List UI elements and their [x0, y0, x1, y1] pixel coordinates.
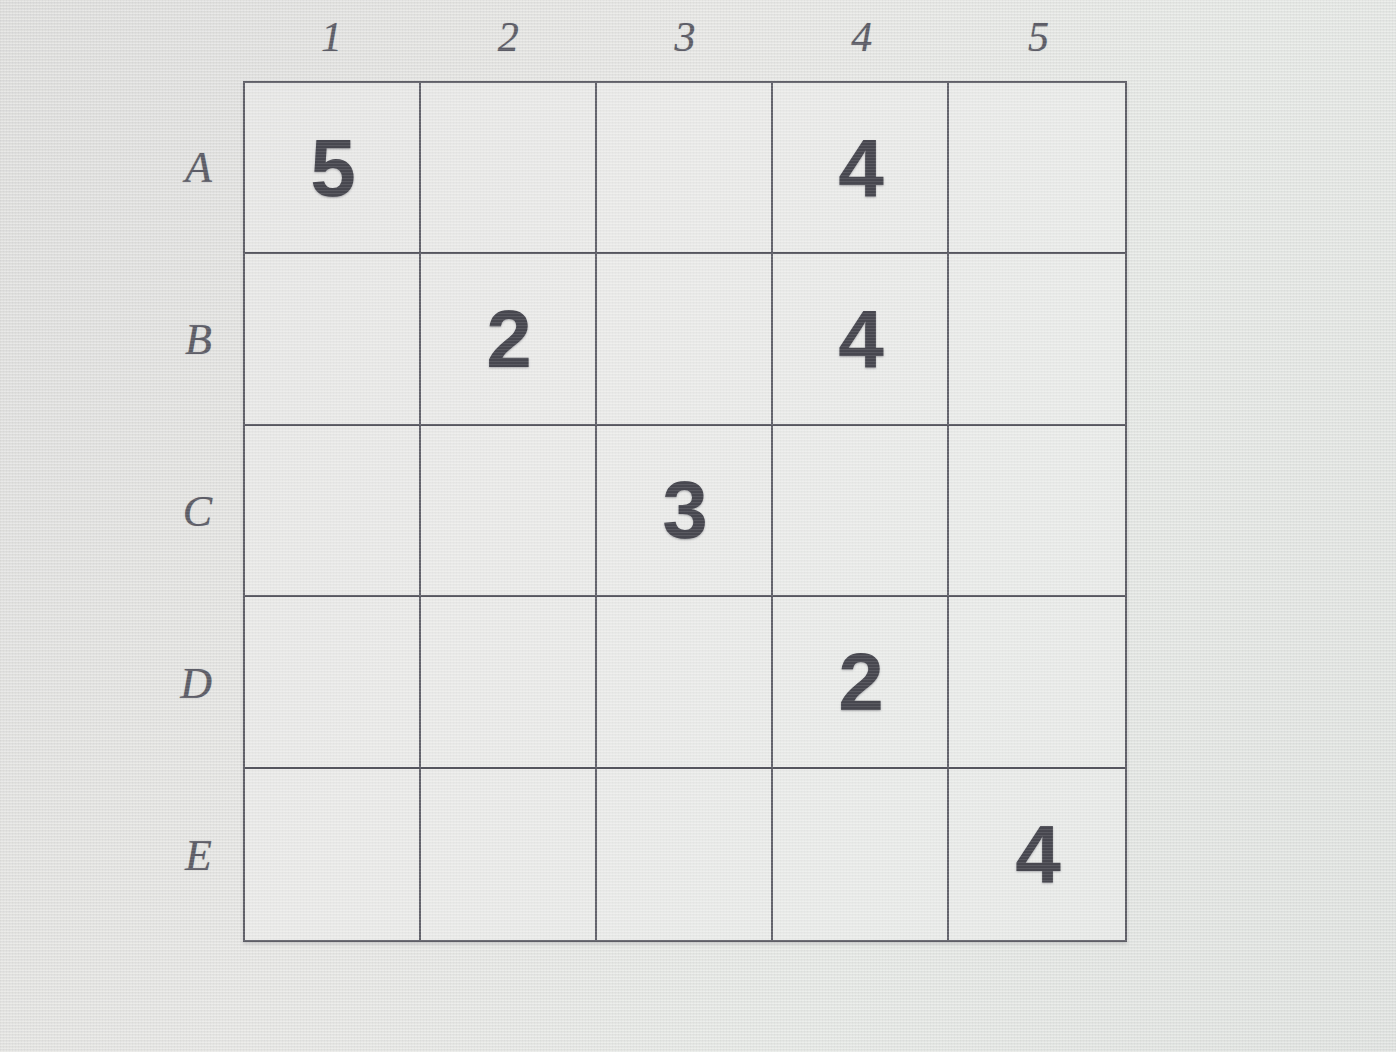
cell-C2[interactable]	[421, 426, 597, 597]
cell-D2[interactable]	[421, 597, 597, 768]
cell-D5[interactable]	[949, 597, 1125, 768]
cell-A4[interactable]: 4	[773, 83, 949, 254]
row-label-E: E	[142, 770, 234, 942]
cell-D1[interactable]	[245, 597, 421, 768]
row-label-B: B	[142, 253, 234, 425]
cell-B5[interactable]	[949, 254, 1125, 425]
column-labels: 1 2 3 4 5	[243, 6, 1127, 68]
puzzle-board: 5 4 2 4 3 2 4	[243, 81, 1127, 942]
cell-A5[interactable]	[949, 83, 1125, 254]
cell-D3[interactable]	[597, 597, 773, 768]
col-label-3: 3	[597, 6, 774, 68]
cell-A3[interactable]	[597, 83, 773, 254]
cell-B3[interactable]	[597, 254, 773, 425]
cell-A1[interactable]: 5	[245, 83, 421, 254]
row-labels: A B C D E	[142, 81, 234, 942]
cell-C5[interactable]	[949, 426, 1125, 597]
cell-E1[interactable]	[245, 769, 421, 940]
cell-E4[interactable]	[773, 769, 949, 940]
cell-C4[interactable]	[773, 426, 949, 597]
row-label-D: D	[142, 598, 234, 770]
row-label-A: A	[142, 81, 234, 253]
cell-E3[interactable]	[597, 769, 773, 940]
row-label-C: C	[142, 425, 234, 597]
puzzle-photo: 1 2 3 4 5 A B C D E 5 4 2 4 3 2	[0, 0, 1396, 1052]
cell-C1[interactable]	[245, 426, 421, 597]
cell-C3[interactable]: 3	[597, 426, 773, 597]
cell-E2[interactable]	[421, 769, 597, 940]
cell-D4[interactable]: 2	[773, 597, 949, 768]
cell-B2[interactable]: 2	[421, 254, 597, 425]
cell-B4[interactable]: 4	[773, 254, 949, 425]
cell-A2[interactable]	[421, 83, 597, 254]
col-label-1: 1	[243, 6, 420, 68]
cell-E5[interactable]: 4	[949, 769, 1125, 940]
col-label-2: 2	[420, 6, 597, 68]
cell-B1[interactable]	[245, 254, 421, 425]
col-label-5: 5	[950, 6, 1127, 68]
col-label-4: 4	[773, 6, 950, 68]
